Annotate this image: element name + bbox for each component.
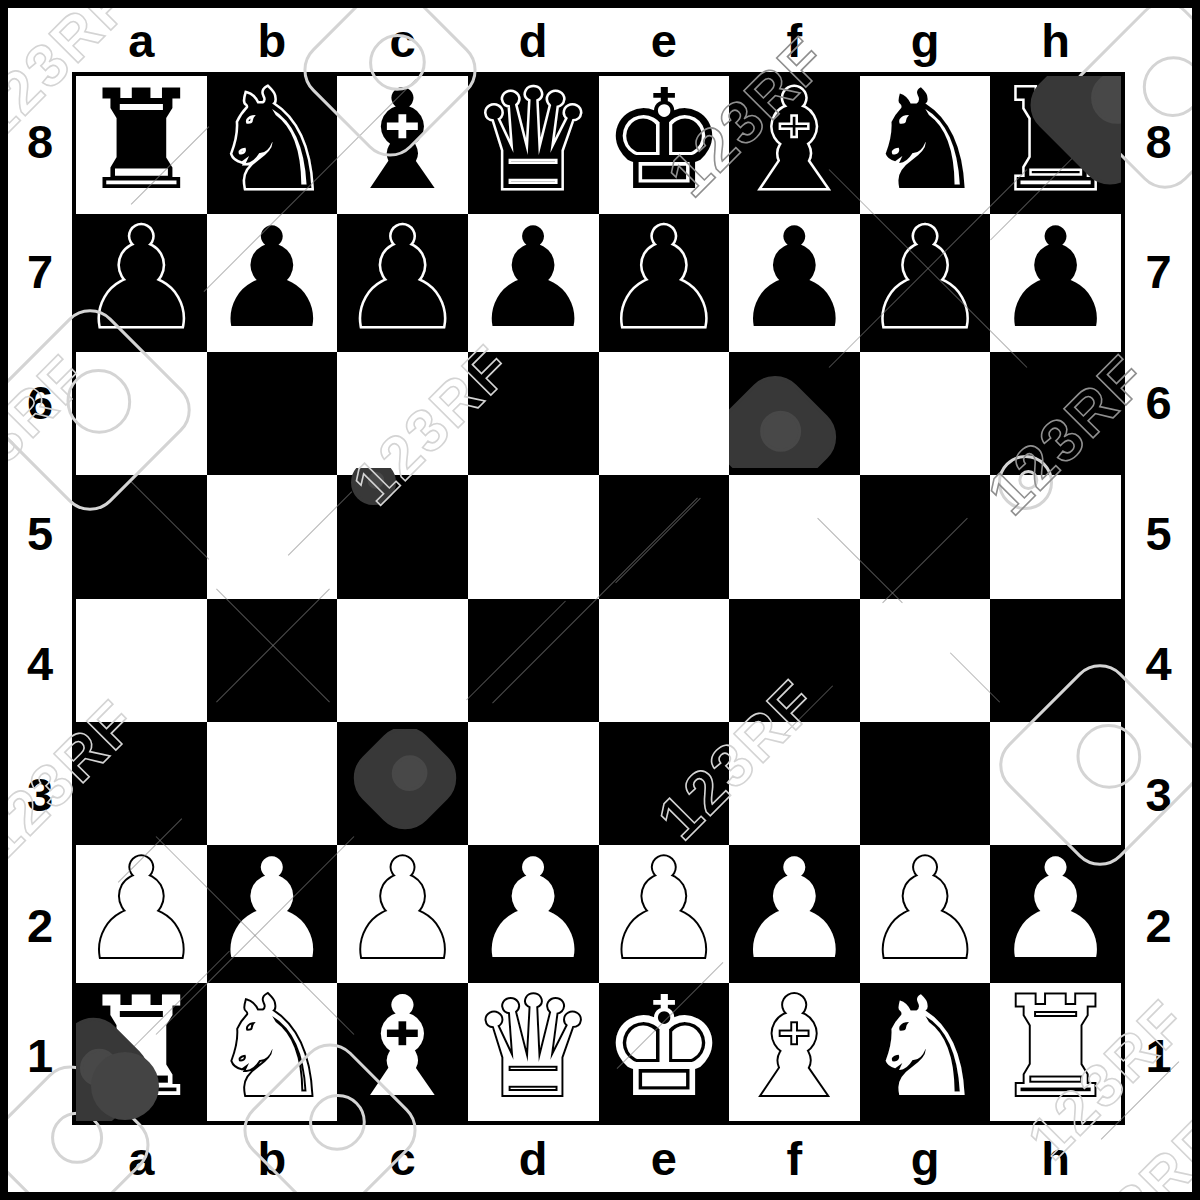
file-label-h: h	[990, 8, 1121, 72]
rank-label-8: 8	[1125, 76, 1192, 207]
square-b6[interactable]	[207, 352, 338, 475]
square-g2[interactable]: ♟	[860, 845, 991, 983]
square-c1[interactable]: ♝	[337, 983, 468, 1121]
square-f2[interactable]: ♟	[729, 845, 860, 983]
rank-labels-left: 87654321	[8, 76, 72, 1121]
square-h6[interactable]	[990, 352, 1121, 475]
square-b4[interactable]	[207, 599, 338, 722]
file-label-e: e	[599, 1125, 730, 1192]
square-h2[interactable]: ♟	[990, 845, 1121, 983]
file-label-e: e	[599, 8, 730, 72]
square-d6[interactable]	[468, 352, 599, 475]
white-pawn: ♟	[341, 841, 465, 979]
file-label-a: a	[76, 1125, 207, 1192]
square-a1[interactable]: ♜	[76, 983, 207, 1121]
white-pawn: ♟	[602, 841, 726, 979]
square-e3[interactable]	[599, 722, 730, 845]
square-e7[interactable]: ♟	[599, 214, 730, 352]
square-e1[interactable]: ♚	[599, 983, 730, 1121]
square-f5[interactable]	[729, 475, 860, 598]
square-a4[interactable]	[76, 599, 207, 722]
square-b7[interactable]: ♟	[207, 214, 338, 352]
square-a3[interactable]	[76, 722, 207, 845]
white-pawn: ♟	[863, 841, 987, 979]
square-g8[interactable]: ♞	[860, 76, 991, 214]
square-a6[interactable]	[76, 352, 207, 475]
square-e2[interactable]: ♟	[599, 845, 730, 983]
black-pawn: ♟	[341, 210, 465, 348]
square-f6[interactable]	[729, 352, 860, 475]
square-a5[interactable]	[76, 475, 207, 598]
square-g1[interactable]: ♞	[860, 983, 991, 1121]
white-king: ♚	[602, 979, 726, 1117]
square-e8[interactable]: ♚	[599, 76, 730, 214]
file-label-d: d	[468, 1125, 599, 1192]
square-c7[interactable]: ♟	[337, 214, 468, 352]
black-king: ♚	[602, 72, 726, 210]
black-bishop: ♝	[341, 72, 465, 210]
square-g5[interactable]	[860, 475, 991, 598]
white-pawn: ♟	[733, 841, 857, 979]
rank-label-6: 6	[8, 337, 72, 468]
rank-label-7: 7	[1125, 207, 1192, 338]
square-c3[interactable]	[337, 722, 468, 845]
rank-label-4: 4	[8, 599, 72, 730]
file-label-b: b	[207, 1125, 338, 1192]
rank-label-4: 4	[1125, 599, 1192, 730]
square-d3[interactable]	[468, 722, 599, 845]
file-label-a: a	[76, 8, 207, 72]
black-rook: ♜	[79, 72, 203, 210]
chessboard-diagram: abcdefgh abcdefgh 87654321 87654321 ♜♞♝♛…	[0, 0, 1200, 1200]
black-pawn: ♟	[994, 210, 1118, 348]
rank-label-7: 7	[8, 207, 72, 338]
black-pawn: ♟	[79, 210, 203, 348]
rank-label-8: 8	[8, 76, 72, 207]
file-label-c: c	[337, 8, 468, 72]
square-e4[interactable]	[599, 599, 730, 722]
black-pawn: ♟	[602, 210, 726, 348]
white-knight: ♞	[210, 979, 334, 1117]
black-pawn: ♟	[210, 210, 334, 348]
square-a2[interactable]: ♟	[76, 845, 207, 983]
square-d2[interactable]: ♟	[468, 845, 599, 983]
white-pawn: ♟	[210, 841, 334, 979]
square-e5[interactable]	[599, 475, 730, 598]
black-pawn: ♟	[471, 210, 595, 348]
rank-label-5: 5	[8, 468, 72, 599]
square-b5[interactable]	[207, 475, 338, 598]
square-f3[interactable]	[729, 722, 860, 845]
square-h8[interactable]: ♜	[990, 76, 1121, 214]
white-bishop: ♝	[341, 979, 465, 1117]
square-a7[interactable]: ♟	[76, 214, 207, 352]
white-bishop: ♝	[733, 979, 857, 1117]
rank-label-3: 3	[1125, 729, 1192, 860]
file-label-f: f	[729, 8, 860, 72]
file-labels-top: abcdefgh	[76, 8, 1121, 72]
rank-label-6: 6	[1125, 337, 1192, 468]
file-label-g: g	[860, 1125, 991, 1192]
square-d4[interactable]	[468, 599, 599, 722]
rank-label-2: 2	[1125, 860, 1192, 991]
black-rook: ♜	[994, 72, 1118, 210]
square-h4[interactable]	[990, 599, 1121, 722]
square-d5[interactable]	[468, 475, 599, 598]
square-b3[interactable]	[207, 722, 338, 845]
square-f8[interactable]: ♝	[729, 76, 860, 214]
square-e6[interactable]	[599, 352, 730, 475]
square-d7[interactable]: ♟	[468, 214, 599, 352]
black-knight: ♞	[863, 72, 987, 210]
square-c4[interactable]	[337, 599, 468, 722]
rank-label-5: 5	[1125, 468, 1192, 599]
square-f1[interactable]: ♝	[729, 983, 860, 1121]
rank-label-1: 1	[8, 990, 72, 1121]
white-pawn: ♟	[79, 841, 203, 979]
file-labels-bottom: abcdefgh	[76, 1125, 1121, 1192]
square-b2[interactable]: ♟	[207, 845, 338, 983]
white-pawn: ♟	[994, 841, 1118, 979]
black-pawn: ♟	[863, 210, 987, 348]
square-c6[interactable]	[337, 352, 468, 475]
file-label-b: b	[207, 8, 338, 72]
white-rook: ♜	[79, 979, 203, 1117]
square-h3[interactable]	[990, 722, 1121, 845]
black-knight: ♞	[210, 72, 334, 210]
square-h5[interactable]	[990, 475, 1121, 598]
square-g6[interactable]	[860, 352, 991, 475]
square-d1[interactable]: ♛	[468, 983, 599, 1121]
square-a8[interactable]: ♜	[76, 76, 207, 214]
square-b8[interactable]: ♞	[207, 76, 338, 214]
white-rook: ♜	[994, 979, 1118, 1117]
square-g7[interactable]: ♟	[860, 214, 991, 352]
black-queen: ♛	[471, 72, 595, 210]
board: ♜♞♝♛♚♝♞♜♟♟♟♟♟♟♟♟♟♟♟♟♟♟♟♟♜♞♝♛♚♝♞♜	[72, 72, 1125, 1125]
file-label-h: h	[990, 1125, 1121, 1192]
white-queen: ♛	[471, 979, 595, 1117]
square-c5[interactable]	[337, 475, 468, 598]
square-f7[interactable]: ♟	[729, 214, 860, 352]
black-bishop: ♝	[733, 72, 857, 210]
square-b1[interactable]: ♞	[207, 983, 338, 1121]
square-d8[interactable]: ♛	[468, 76, 599, 214]
file-label-f: f	[729, 1125, 860, 1192]
square-c8[interactable]: ♝	[337, 76, 468, 214]
square-h1[interactable]: ♜	[990, 983, 1121, 1121]
white-knight: ♞	[863, 979, 987, 1117]
square-g3[interactable]	[860, 722, 991, 845]
file-label-d: d	[468, 8, 599, 72]
white-pawn: ♟	[471, 841, 595, 979]
square-g4[interactable]	[860, 599, 991, 722]
rank-label-2: 2	[8, 860, 72, 991]
file-label-g: g	[860, 8, 991, 72]
black-pawn: ♟	[733, 210, 857, 348]
rank-label-3: 3	[8, 729, 72, 860]
square-f4[interactable]	[729, 599, 860, 722]
rank-labels-right: 87654321	[1125, 76, 1192, 1121]
file-label-c: c	[337, 1125, 468, 1192]
rank-label-1: 1	[1125, 990, 1192, 1121]
square-h7[interactable]: ♟	[990, 214, 1121, 352]
square-c2[interactable]: ♟	[337, 845, 468, 983]
